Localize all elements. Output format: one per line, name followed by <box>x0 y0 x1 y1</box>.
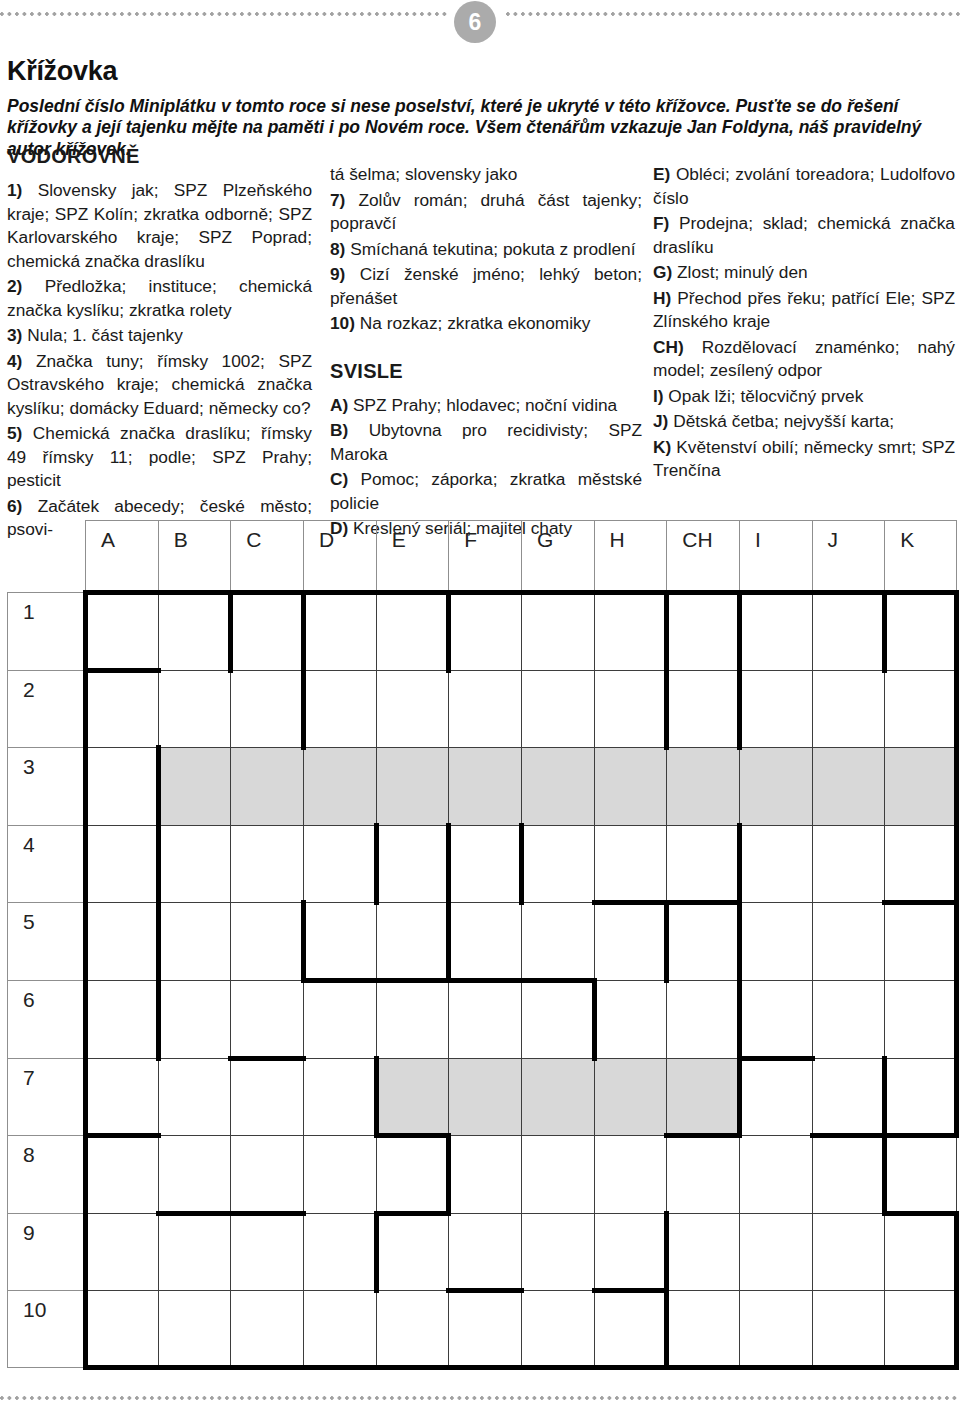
row-label-9: 9 <box>7 1213 85 1291</box>
page-title: Křížovka <box>7 56 117 87</box>
column-header-E: E <box>376 520 449 592</box>
cell-C9[interactable] <box>230 1213 303 1291</box>
row-label-4: 4 <box>7 825 85 903</box>
clue-text: Prodejna; sklad; chemická značka draslík… <box>653 213 955 257</box>
clue-text: Slovensky jak; SPZ Plzeňského kraje; SPZ… <box>7 180 312 271</box>
clue-number: E) <box>653 164 676 184</box>
cell-F6[interactable] <box>448 980 521 1058</box>
clue-item: K) Květenství obilí; německy smrt; SPZ T… <box>653 436 955 483</box>
thick-border-bar <box>446 1365 524 1370</box>
cell-H9[interactable] <box>594 1213 667 1291</box>
cell-I4[interactable] <box>739 825 812 903</box>
cell-F1[interactable] <box>448 592 521 670</box>
cell-CH8[interactable] <box>666 1135 739 1213</box>
clue-item: F) Prodejna; sklad; chemická značka dras… <box>653 212 955 259</box>
cell-C10[interactable] <box>230 1290 303 1368</box>
cell-J6[interactable] <box>812 980 885 1058</box>
thick-border-bar <box>954 1211 959 1294</box>
cell-G6[interactable] <box>521 980 594 1058</box>
clue-number: 6) <box>7 496 38 516</box>
cell-H4[interactable] <box>594 825 667 903</box>
cell-D1[interactable] <box>303 592 376 670</box>
cell-CH4[interactable] <box>666 825 739 903</box>
cell-G1[interactable] <box>521 592 594 670</box>
clue-item: B) Ubytovna pro recidivisty; SPZ Maroka <box>330 419 642 466</box>
cell-G8[interactable] <box>521 1135 594 1213</box>
cell-G7[interactable] <box>521 1058 594 1136</box>
cell-K9[interactable] <box>884 1213 957 1291</box>
column-header-K: K <box>884 520 957 592</box>
cell-H5[interactable] <box>594 902 667 980</box>
cell-G9[interactable] <box>521 1213 594 1291</box>
cell-I8[interactable] <box>739 1135 812 1213</box>
clue-number: 9) <box>330 264 360 284</box>
cell-K3[interactable] <box>884 747 957 825</box>
cell-H2[interactable] <box>594 670 667 748</box>
clue-number: G) <box>653 262 677 282</box>
dotted-divider-bottom <box>0 1396 960 1400</box>
column-header-G: G <box>521 520 594 592</box>
cell-B7[interactable] <box>158 1058 231 1136</box>
thick-border-bar <box>83 1365 161 1370</box>
cell-A8[interactable] <box>85 1135 158 1213</box>
row-label-2: 2 <box>7 670 85 748</box>
cell-C3[interactable] <box>230 747 303 825</box>
cell-E9[interactable] <box>376 1213 449 1291</box>
clue-number: 10) <box>330 313 360 333</box>
row-label-1: 1 <box>7 592 85 670</box>
cell-F7[interactable] <box>448 1058 521 1136</box>
cell-CH3[interactable] <box>666 747 739 825</box>
cell-K10[interactable] <box>884 1290 957 1368</box>
clue-number: 8) <box>330 239 350 259</box>
cell-B8[interactable] <box>158 1135 231 1213</box>
thick-border-bar <box>954 1288 959 1370</box>
cell-C5[interactable] <box>230 902 303 980</box>
cell-C6[interactable] <box>230 980 303 1058</box>
cell-I7[interactable] <box>739 1058 812 1136</box>
cell-K5[interactable] <box>884 902 957 980</box>
clue-item: 10) Na rozkaz; zkratka ekonomiky <box>330 312 642 336</box>
clue-item: C) Pomoc; záporka; zkratka městské polic… <box>330 468 642 515</box>
cell-CH10[interactable] <box>666 1290 739 1368</box>
cell-J10[interactable] <box>812 1290 885 1368</box>
row-label-10: 10 <box>7 1290 85 1368</box>
cell-K2[interactable] <box>884 670 957 748</box>
cell-D3[interactable] <box>303 747 376 825</box>
clue-item: 5) Chemická značka draslíku; římsky 49 ř… <box>7 422 312 493</box>
thick-border-bar <box>156 1365 234 1370</box>
cell-J1[interactable] <box>812 592 885 670</box>
cell-K6[interactable] <box>884 980 957 1058</box>
cell-A5[interactable] <box>85 902 158 980</box>
thick-border-bar <box>737 1365 815 1370</box>
cell-I9[interactable] <box>739 1213 812 1291</box>
thick-border-bar <box>954 745 959 828</box>
cell-C7[interactable] <box>230 1058 303 1136</box>
clue-number: 1) <box>7 180 38 200</box>
thick-border-bar <box>664 1365 742 1370</box>
clue-text: Zolův román; druhá část tajenky; popravč… <box>330 190 642 234</box>
cell-D7[interactable] <box>303 1058 376 1136</box>
cell-I2[interactable] <box>739 670 812 748</box>
clue-item: 9) Cizí ženské jméno; lehký beton; přená… <box>330 263 642 310</box>
cell-F4[interactable] <box>448 825 521 903</box>
clue-item: tá šelma; slovensky jako <box>330 163 642 187</box>
cell-D4[interactable] <box>303 825 376 903</box>
column-header-A: A <box>85 520 158 592</box>
cell-G10[interactable] <box>521 1290 594 1368</box>
across-heading: VODOROVNĚ <box>7 143 312 170</box>
cell-J9[interactable] <box>812 1213 885 1291</box>
clue-text: tá šelma; slovensky jako <box>330 164 517 184</box>
cell-D9[interactable] <box>303 1213 376 1291</box>
cell-A2[interactable] <box>85 670 158 748</box>
dotted-divider-top-left <box>0 12 447 16</box>
clue-item: E) Obléci; zvolání toreadora; Ludolfovo … <box>653 163 955 210</box>
thick-border-bar <box>954 1056 959 1139</box>
column-header-H: H <box>594 520 667 592</box>
cell-I5[interactable] <box>739 902 812 980</box>
cell-H7[interactable] <box>594 1058 667 1136</box>
thick-border-bar <box>954 668 959 751</box>
cell-B10[interactable] <box>158 1290 231 1368</box>
cell-F2[interactable] <box>448 670 521 748</box>
clue-text: Nula; 1. část tajenky <box>27 325 183 345</box>
cell-H3[interactable] <box>594 747 667 825</box>
clue-number: 2) <box>7 276 45 296</box>
cell-C8[interactable] <box>230 1135 303 1213</box>
thick-border-bar <box>228 1365 306 1370</box>
cell-J5[interactable] <box>812 902 885 980</box>
cell-E10[interactable] <box>376 1290 449 1368</box>
cell-G2[interactable] <box>521 670 594 748</box>
clue-text: Značka tuny; římsky 1002; SPZ Ostravskéh… <box>7 351 312 418</box>
clue-number: I) <box>653 386 668 406</box>
clue-item: CH) Rozdělovací znaménko; nahý model; ze… <box>653 336 955 383</box>
cell-E4[interactable] <box>376 825 449 903</box>
cell-J4[interactable] <box>812 825 885 903</box>
clue-text: Zlost; minulý den <box>677 262 808 282</box>
page-number: 6 <box>469 9 482 36</box>
clue-item: H) Přechod přes řeku; patřící Ele; SPZ Z… <box>653 287 955 334</box>
clue-number: B) <box>330 420 369 440</box>
cell-CH9[interactable] <box>666 1213 739 1291</box>
cell-I3[interactable] <box>739 747 812 825</box>
cell-F8[interactable] <box>448 1135 521 1213</box>
clue-item: 3) Nula; 1. část tajenky <box>7 324 312 348</box>
clue-number: A) <box>330 395 353 415</box>
thick-border-bar <box>954 978 959 1061</box>
cell-A10[interactable] <box>85 1290 158 1368</box>
cell-A1[interactable] <box>85 592 158 670</box>
grid-corner-spacer <box>7 520 85 592</box>
cell-H8[interactable] <box>594 1135 667 1213</box>
dotted-divider-top-right <box>506 12 960 16</box>
cell-E8[interactable] <box>376 1135 449 1213</box>
thick-border-bar <box>374 1365 452 1370</box>
cell-B2[interactable] <box>158 670 231 748</box>
cell-B3[interactable] <box>158 747 231 825</box>
cell-CH7[interactable] <box>666 1058 739 1136</box>
clue-item: 1) Slovensky jak; SPZ Plzeňského kraje; … <box>7 179 312 273</box>
clue-text: Smíchaná tekutina; pokuta z prodlení <box>350 239 635 259</box>
clue-item: 7) Zolův román; druhá část tajenky; popr… <box>330 189 642 236</box>
column-header-D: D <box>303 520 376 592</box>
thick-border-bar <box>301 1365 379 1370</box>
clue-text: Předložka; instituce; chemická značka ky… <box>7 276 312 320</box>
thick-border-bar <box>592 1365 670 1370</box>
cell-B4[interactable] <box>158 825 231 903</box>
cell-B9[interactable] <box>158 1213 231 1291</box>
thick-border-bar <box>954 823 959 906</box>
cell-K7[interactable] <box>884 1058 957 1136</box>
cell-G5[interactable] <box>521 902 594 980</box>
row-label-7: 7 <box>7 1058 85 1136</box>
cell-CH2[interactable] <box>666 670 739 748</box>
clue-text: Květenství obilí; německy smrt; SPZ Tren… <box>653 437 955 481</box>
cell-CH5[interactable] <box>666 902 739 980</box>
clue-text: Ubytovna pro recidivisty; SPZ Maroka <box>330 420 642 464</box>
clue-item: I) Opak lži; tělocvičný prvek <box>653 385 955 409</box>
cell-J2[interactable] <box>812 670 885 748</box>
cell-B1[interactable] <box>158 592 231 670</box>
clue-text: Opak lži; tělocvičný prvek <box>668 386 863 406</box>
clue-text: Na rozkaz; zkratka ekonomiky <box>360 313 591 333</box>
cell-C1[interactable] <box>230 592 303 670</box>
cell-A3[interactable] <box>85 747 158 825</box>
clue-item: 8) Smíchaná tekutina; pokuta z prodlení <box>330 238 642 262</box>
clue-text: Cizí ženské jméno; lehký beton; přenášet <box>330 264 642 308</box>
row-label-5: 5 <box>7 902 85 980</box>
cell-J3[interactable] <box>812 747 885 825</box>
down-heading: SVISLE <box>330 358 642 385</box>
cell-A6[interactable] <box>85 980 158 1058</box>
column-header-C: C <box>230 520 303 592</box>
cell-G3[interactable] <box>521 747 594 825</box>
clue-number: J) <box>653 411 673 431</box>
clue-text: Dětská četba; nejvyšší karta; <box>673 411 894 431</box>
clue-number: K) <box>653 437 676 457</box>
clue-item: G) Zlost; minulý den <box>653 261 955 285</box>
clue-text: Chemická značka draslíku; římsky 49 říms… <box>7 423 312 490</box>
clue-item: 2) Předložka; instituce; chemická značka… <box>7 275 312 322</box>
clue-number: 4) <box>7 351 36 371</box>
cell-D6[interactable] <box>303 980 376 1058</box>
clue-text: SPZ Prahy; hlodavec; noční vidina <box>353 395 617 415</box>
clue-number: H) <box>653 288 677 308</box>
crossword-area: ABCDEFGHCHIJK12345678910 <box>7 520 957 1368</box>
cell-E2[interactable] <box>376 670 449 748</box>
clue-number: F) <box>653 213 679 233</box>
cell-E7[interactable] <box>376 1058 449 1136</box>
clue-text: Obléci; zvolání toreadora; Ludolfovo čís… <box>653 164 955 208</box>
cell-H1[interactable] <box>594 592 667 670</box>
column-header-I: I <box>739 520 812 592</box>
clue-column-down: E) Obléci; zvolání toreadora; Ludolfovo … <box>653 143 955 485</box>
thick-border-bar <box>954 900 959 983</box>
clue-column-across: VODOROVNĚ1) Slovensky jak; SPZ Plzeňskéh… <box>7 143 312 544</box>
thick-border-bar <box>882 1365 959 1370</box>
cell-K8[interactable] <box>884 1135 957 1213</box>
column-header-J: J <box>812 520 885 592</box>
cell-B6[interactable] <box>158 980 231 1058</box>
page-number-badge: 6 <box>454 1 496 43</box>
clue-text: Pomoc; záporka; zkratka městské policie <box>330 469 642 513</box>
crossword-grid: ABCDEFGHCHIJK12345678910 <box>7 520 957 1368</box>
thick-border-bar <box>954 590 959 673</box>
cell-K4[interactable] <box>884 825 957 903</box>
column-header-F: F <box>448 520 521 592</box>
cell-D5[interactable] <box>303 902 376 980</box>
cell-J8[interactable] <box>812 1135 885 1213</box>
row-label-6: 6 <box>7 980 85 1058</box>
cell-J7[interactable] <box>812 1058 885 1136</box>
cell-A4[interactable] <box>85 825 158 903</box>
clue-text: Přechod přes řeku; patřící Ele; SPZ Zlín… <box>653 288 955 332</box>
clue-number: 7) <box>330 190 358 210</box>
cell-C2[interactable] <box>230 670 303 748</box>
cell-H6[interactable] <box>594 980 667 1058</box>
cell-B5[interactable] <box>158 902 231 980</box>
clue-number: 5) <box>7 423 33 443</box>
clue-item: J) Dětská četba; nejvyšší karta; <box>653 410 955 434</box>
cell-E6[interactable] <box>376 980 449 1058</box>
clue-number: CH) <box>653 337 702 357</box>
cell-D10[interactable] <box>303 1290 376 1368</box>
cell-D2[interactable] <box>303 670 376 748</box>
cell-E1[interactable] <box>376 592 449 670</box>
clue-item: A) SPZ Prahy; hlodavec; noční vidina <box>330 394 642 418</box>
cell-F9[interactable] <box>448 1213 521 1291</box>
cell-A7[interactable] <box>85 1058 158 1136</box>
row-label-8: 8 <box>7 1135 85 1213</box>
cell-E5[interactable] <box>376 902 449 980</box>
cell-G4[interactable] <box>521 825 594 903</box>
cell-CH6[interactable] <box>666 980 739 1058</box>
thick-border-bar <box>519 1365 597 1370</box>
cell-C4[interactable] <box>230 825 303 903</box>
cell-F5[interactable] <box>448 902 521 980</box>
clue-column-middle: tá šelma; slovensky jako7) Zolův román; … <box>330 143 642 543</box>
cell-A9[interactable] <box>85 1213 158 1291</box>
column-header-B: B <box>158 520 231 592</box>
clue-item: 4) Značka tuny; římsky 1002; SPZ Ostravs… <box>7 350 312 421</box>
thick-border-bar <box>810 1365 888 1370</box>
cell-F3[interactable] <box>448 747 521 825</box>
cell-I10[interactable] <box>739 1290 812 1368</box>
cell-E3[interactable] <box>376 747 449 825</box>
column-header-CH: CH <box>666 520 739 592</box>
cell-F10[interactable] <box>448 1290 521 1368</box>
clue-number: C) <box>330 469 360 489</box>
clue-number: 3) <box>7 325 27 345</box>
cell-CH1[interactable] <box>666 592 739 670</box>
cell-I6[interactable] <box>739 980 812 1058</box>
row-label-3: 3 <box>7 747 85 825</box>
cell-K1[interactable] <box>884 592 957 670</box>
cell-H10[interactable] <box>594 1290 667 1368</box>
cell-D8[interactable] <box>303 1135 376 1213</box>
cell-I1[interactable] <box>739 592 812 670</box>
